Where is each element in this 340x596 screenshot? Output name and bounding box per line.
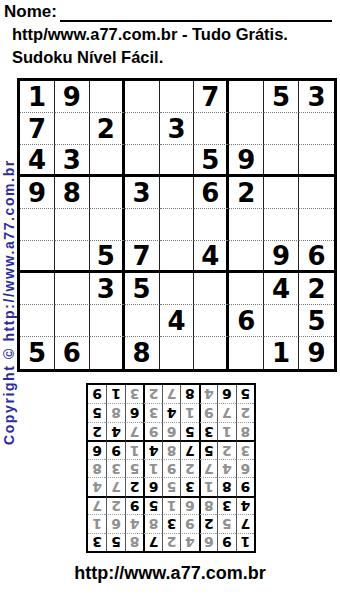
cell-r1c2: 9 (55, 81, 90, 113)
cell-r9c3 (90, 337, 125, 369)
cell-r3c9 (299, 145, 334, 177)
cell-r5c8 (264, 209, 299, 241)
cell-r4c1: 9 (20, 177, 55, 209)
cell-r3c1: 4 (20, 145, 55, 177)
cell-r3c4 (125, 145, 160, 177)
solution-cell-r5c7: 5 (125, 459, 143, 477)
solution-cell-r1c6: 7 (143, 533, 161, 551)
solution-cell-r4c6: 6 (143, 477, 161, 495)
cell-r8c2 (55, 305, 90, 337)
solution-cell-r7c3: 3 (199, 422, 217, 440)
solution-cell-r7c9: 2 (88, 422, 106, 440)
cell-r4c8 (264, 177, 299, 209)
solution-grid: 1964278537529384614386159279813562746472… (86, 383, 256, 553)
solution-cell-r3c2: 3 (217, 496, 235, 514)
solution-cell-r3c5: 1 (162, 496, 180, 514)
solution-cell-r2c4: 9 (180, 514, 198, 532)
cell-r6c6: 4 (194, 241, 229, 273)
solution-cell-r3c1: 4 (236, 496, 254, 514)
cell-r2c8 (264, 113, 299, 145)
cell-r6c2 (55, 241, 90, 273)
solution-cell-r6c9: 6 (88, 440, 106, 458)
cell-r6c8: 9 (264, 241, 299, 273)
cell-r7c5 (160, 273, 195, 305)
cell-r8c5: 4 (160, 305, 195, 337)
solution-cell-r7c2: 1 (217, 422, 235, 440)
name-fill-in-line (60, 6, 332, 22)
cell-r8c4 (125, 305, 160, 337)
cell-r3c7: 9 (229, 145, 264, 177)
solution-cell-r6c3: 5 (199, 440, 217, 458)
solution-cell-r1c2: 9 (217, 533, 235, 551)
solution-cell-r1c5: 2 (162, 533, 180, 551)
cell-r2c9 (299, 113, 334, 145)
solution-cell-r5c5: 9 (162, 459, 180, 477)
cell-r1c6: 7 (194, 81, 229, 113)
solution-cell-r2c8: 6 (106, 514, 124, 532)
cell-r9c6 (194, 337, 229, 369)
sudoku-grid: 1975372343599836257496354246556819 (17, 78, 337, 372)
solution-cell-r4c4: 3 (180, 477, 198, 495)
cell-r3c8 (264, 145, 299, 177)
solution-cell-r2c9: 1 (88, 514, 106, 532)
cell-r6c1 (20, 241, 55, 273)
solution-cell-r3c4: 6 (180, 496, 198, 514)
solution-cell-r3c3: 8 (199, 496, 217, 514)
solution-cell-r8c7: 6 (125, 403, 143, 421)
solution-cell-r9c4: 8 (180, 385, 198, 403)
cell-r4c4: 3 (125, 177, 160, 209)
solution-cell-r1c4: 4 (180, 533, 198, 551)
cell-r1c7 (229, 81, 264, 113)
cell-r1c3 (90, 81, 125, 113)
cell-r3c2: 3 (55, 145, 90, 177)
cell-r9c2: 6 (55, 337, 90, 369)
solution-cell-r2c2: 5 (217, 514, 235, 532)
solution-cell-r5c2: 4 (217, 459, 235, 477)
solution-cell-r8c4: 1 (180, 403, 198, 421)
solution-cell-r8c3: 9 (199, 403, 217, 421)
cell-r4c9 (299, 177, 334, 209)
solution-cell-r1c3: 6 (199, 533, 217, 551)
cell-r6c9: 6 (299, 241, 334, 273)
cell-r7c3: 3 (90, 273, 125, 305)
cell-r2c7 (229, 113, 264, 145)
copyright-vertical-text: Copyright © http://www.a77.com.br (1, 83, 17, 445)
cell-r5c7 (229, 209, 264, 241)
cell-r9c8: 1 (264, 337, 299, 369)
solution-cell-r4c9: 4 (88, 477, 106, 495)
cell-r5c5 (160, 209, 195, 241)
cell-r5c6 (194, 209, 229, 241)
cell-r4c7: 2 (229, 177, 264, 209)
cell-r3c5 (160, 145, 195, 177)
solution-cell-r8c8: 8 (106, 403, 124, 421)
cell-r2c1: 7 (20, 113, 55, 145)
cell-r1c1: 1 (20, 81, 55, 113)
solution-cell-r2c3: 2 (199, 514, 217, 532)
solution-cell-r1c1: 1 (236, 533, 254, 551)
cell-r1c5 (160, 81, 195, 113)
cell-r7c9: 2 (299, 273, 334, 305)
solution-cell-r3c8: 2 (106, 496, 124, 514)
cell-r5c9 (299, 209, 334, 241)
solution-cell-r7c4: 5 (180, 422, 198, 440)
cell-r6c7 (229, 241, 264, 273)
solution-cell-r8c1: 2 (236, 403, 254, 421)
solution-cell-r9c9: 9 (88, 385, 106, 403)
cell-r3c6: 5 (194, 145, 229, 177)
solution-cell-r2c6: 8 (143, 514, 161, 532)
cell-r1c8: 5 (264, 81, 299, 113)
solution-cell-r7c8: 4 (106, 422, 124, 440)
solution-cell-r9c7: 3 (125, 385, 143, 403)
cell-r7c7 (229, 273, 264, 305)
solution-cell-r6c2: 2 (217, 440, 235, 458)
cell-r9c9: 9 (299, 337, 334, 369)
cell-r5c1 (20, 209, 55, 241)
cell-r8c1 (20, 305, 55, 337)
solution-cell-r1c7: 8 (125, 533, 143, 551)
cell-r2c2 (55, 113, 90, 145)
cell-r1c4 (125, 81, 160, 113)
solution-cell-r7c7: 7 (125, 422, 143, 440)
solution-cell-r5c9: 8 (88, 459, 106, 477)
solution-cell-r2c1: 7 (236, 514, 254, 532)
name-label: Nome: (4, 2, 57, 22)
cell-r2c5: 3 (160, 113, 195, 145)
solution-cell-r4c3: 1 (199, 477, 217, 495)
solution-cell-r9c8: 1 (106, 385, 124, 403)
solution-cell-r9c3: 4 (199, 385, 217, 403)
solution-cell-r8c2: 7 (217, 403, 235, 421)
solution-cell-r3c9: 7 (88, 496, 106, 514)
cell-r5c4 (125, 209, 160, 241)
solution-cell-r6c8: 9 (106, 440, 124, 458)
solution-cell-r9c5: 7 (162, 385, 180, 403)
cell-r8c3 (90, 305, 125, 337)
cell-r3c3 (90, 145, 125, 177)
cell-r5c3 (90, 209, 125, 241)
cell-r6c3: 5 (90, 241, 125, 273)
solution-cell-r3c7: 9 (125, 496, 143, 514)
cell-r2c4 (125, 113, 160, 145)
solution-cell-r2c7: 4 (125, 514, 143, 532)
solution-cell-r6c5: 8 (162, 440, 180, 458)
cell-r8c7: 6 (229, 305, 264, 337)
cell-r7c2 (55, 273, 90, 305)
solution-cell-r1c9: 3 (88, 533, 106, 551)
cell-r6c5 (160, 241, 195, 273)
solution-cell-r6c6: 4 (143, 440, 161, 458)
solution-cell-r5c3: 7 (199, 459, 217, 477)
cell-r7c8: 4 (264, 273, 299, 305)
solution-cell-r9c6: 2 (143, 385, 161, 403)
cell-r9c5 (160, 337, 195, 369)
solution-cell-r9c2: 6 (217, 385, 235, 403)
cell-r4c6: 6 (194, 177, 229, 209)
cell-r4c5 (160, 177, 195, 209)
cell-r8c6 (194, 305, 229, 337)
cell-r2c3: 2 (90, 113, 125, 145)
solution-cell-r1c8: 5 (106, 533, 124, 551)
solution-cell-r6c7: 1 (125, 440, 143, 458)
solution-cell-r4c7: 2 (125, 477, 143, 495)
solution-cell-r4c8: 7 (106, 477, 124, 495)
cell-r7c1 (20, 273, 55, 305)
solution-cell-r5c6: 1 (143, 459, 161, 477)
solution-cell-r6c4: 7 (180, 440, 198, 458)
solution-cell-r7c6: 9 (143, 422, 161, 440)
cell-r8c8 (264, 305, 299, 337)
solution-cell-r4c5: 5 (162, 477, 180, 495)
solution-cell-r7c5: 6 (162, 422, 180, 440)
solution-cell-r6c1: 3 (236, 440, 254, 458)
cell-r9c1: 5 (20, 337, 55, 369)
footer-url: http://www.a77.com.br (0, 563, 340, 584)
solution-cell-r8c6: 3 (143, 403, 161, 421)
cell-r5c2 (55, 209, 90, 241)
cell-r7c6 (194, 273, 229, 305)
cell-r8c9: 5 (299, 305, 334, 337)
solution-cell-r8c9: 5 (88, 403, 106, 421)
solution-cell-r5c4: 2 (180, 459, 198, 477)
cell-r4c3 (90, 177, 125, 209)
cell-r1c9: 3 (299, 81, 334, 113)
solution-cell-r3c6: 5 (143, 496, 161, 514)
solution-cell-r5c8: 3 (106, 459, 124, 477)
solution-cell-r8c5: 4 (162, 403, 180, 421)
cell-r7c4: 5 (125, 273, 160, 305)
puzzle-title: Sudoku Nível Fácil. (12, 48, 163, 67)
solution-cell-r7c1: 8 (236, 422, 254, 440)
name-row: Nome: (4, 2, 332, 22)
cell-r6c4: 7 (125, 241, 160, 273)
solution-cell-r4c2: 8 (217, 477, 235, 495)
site-header: http/www.a77.com.br - Tudo Grátis. (12, 25, 288, 44)
cell-r2c6 (194, 113, 229, 145)
cell-r4c2: 8 (55, 177, 90, 209)
cell-r9c4: 8 (125, 337, 160, 369)
solution-cell-r2c5: 3 (162, 514, 180, 532)
solution-cell-r5c1: 6 (236, 459, 254, 477)
cell-r9c7 (229, 337, 264, 369)
solution-cell-r4c1: 9 (236, 477, 254, 495)
solution-cell-r9c1: 5 (236, 385, 254, 403)
